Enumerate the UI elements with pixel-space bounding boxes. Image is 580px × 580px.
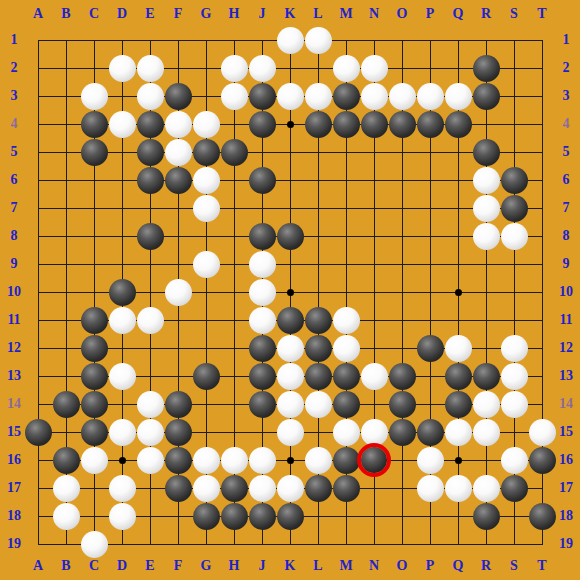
stone-white-L14[interactable] [305,391,332,418]
stone-black-M4[interactable] [333,111,360,138]
stone-black-J8[interactable] [249,223,276,250]
stone-white-K14[interactable] [277,391,304,418]
bottom-coordinate-H: H [220,558,248,574]
right-coordinate-19: 19 [552,536,580,552]
stone-black-E4[interactable] [137,111,164,138]
stone-black-M17[interactable] [333,475,360,502]
stone-black-J3[interactable] [249,83,276,110]
right-coordinate-1: 1 [552,32,580,48]
stone-black-F16[interactable] [165,447,192,474]
stone-black-L13[interactable] [305,363,332,390]
stone-white-D2[interactable] [109,55,136,82]
star-point-K4 [287,121,294,128]
stone-black-J12[interactable] [249,335,276,362]
stone-black-E8[interactable] [137,223,164,250]
stone-white-S14[interactable] [501,391,528,418]
right-coordinate-17: 17 [552,480,580,496]
stone-white-E14[interactable] [137,391,164,418]
stone-black-A15[interactable] [25,419,52,446]
stone-black-Q4[interactable] [445,111,472,138]
stone-black-J13[interactable] [249,363,276,390]
stone-white-D13[interactable] [109,363,136,390]
stone-black-K8[interactable] [277,223,304,250]
top-coordinate-P: P [416,6,444,22]
stone-black-D10[interactable] [109,279,136,306]
stone-black-G18[interactable] [193,503,220,530]
left-coordinate-10: 10 [0,284,28,300]
stone-white-R15[interactable] [473,419,500,446]
bottom-coordinate-G: G [192,558,220,574]
stone-white-J11[interactable] [249,307,276,334]
left-coordinate-7: 7 [0,200,28,216]
right-coordinate-18: 18 [552,508,580,524]
left-coordinate-2: 2 [0,60,28,76]
top-coordinate-G: G [192,6,220,22]
stone-white-M2[interactable] [333,55,360,82]
stone-black-K11[interactable] [277,307,304,334]
stone-white-S8[interactable] [501,223,528,250]
stone-white-D15[interactable] [109,419,136,446]
top-coordinate-A: A [24,6,52,22]
bottom-coordinate-B: B [52,558,80,574]
top-coordinate-B: B [52,6,80,22]
left-coordinate-8: 8 [0,228,28,244]
stone-white-Q17[interactable] [445,475,472,502]
stone-black-J4[interactable] [249,111,276,138]
stone-white-D17[interactable] [109,475,136,502]
right-coordinate-13: 13 [552,368,580,384]
stone-black-L4[interactable] [305,111,332,138]
stone-white-E11[interactable] [137,307,164,334]
stone-white-E15[interactable] [137,419,164,446]
stone-black-S17[interactable] [501,475,528,502]
left-coordinate-13: 13 [0,368,28,384]
left-coordinate-14: 14 [0,396,28,412]
stone-black-K18[interactable] [277,503,304,530]
stone-white-L1[interactable] [305,27,332,54]
right-coordinate-4: 4 [552,116,580,132]
star-point-Q16 [455,457,462,464]
star-point-D16 [119,457,126,464]
stone-black-P15[interactable] [417,419,444,446]
stone-white-G7[interactable] [193,195,220,222]
stone-black-P4[interactable] [417,111,444,138]
stone-white-K1[interactable] [277,27,304,54]
stone-black-L11[interactable] [305,307,332,334]
left-coordinate-9: 9 [0,256,28,272]
right-coordinate-12: 12 [552,340,580,356]
stone-white-G4[interactable] [193,111,220,138]
left-coordinate-15: 15 [0,424,28,440]
bottom-coordinate-Q: Q [444,558,472,574]
stone-white-C3[interactable] [81,83,108,110]
top-coordinate-L: L [304,6,332,22]
stone-white-N13[interactable] [361,363,388,390]
stone-black-F17[interactable] [165,475,192,502]
stone-white-C16[interactable] [81,447,108,474]
bottom-coordinate-O: O [388,558,416,574]
stone-white-G16[interactable] [193,447,220,474]
stone-white-J9[interactable] [249,251,276,278]
stone-black-H17[interactable] [221,475,248,502]
stone-white-D11[interactable] [109,307,136,334]
right-coordinate-14: 14 [552,396,580,412]
stone-white-K12[interactable] [277,335,304,362]
stone-black-M16[interactable] [333,447,360,474]
stone-black-F14[interactable] [165,391,192,418]
top-coordinate-S: S [500,6,528,22]
stone-black-C11[interactable] [81,307,108,334]
top-coordinate-Q: Q [444,6,472,22]
bottom-coordinate-K: K [276,558,304,574]
stone-white-L3[interactable] [305,83,332,110]
stone-black-J18[interactable] [249,503,276,530]
stone-white-R14[interactable] [473,391,500,418]
stone-white-R6[interactable] [473,167,500,194]
bottom-coordinate-P: P [416,558,444,574]
stone-black-H5[interactable] [221,139,248,166]
stone-black-R2[interactable] [473,55,500,82]
stone-black-T16[interactable] [529,447,556,474]
stone-black-O14[interactable] [389,391,416,418]
stone-white-M11[interactable] [333,307,360,334]
stone-white-L16[interactable] [305,447,332,474]
stone-white-R7[interactable] [473,195,500,222]
stone-black-E6[interactable] [137,167,164,194]
top-coordinate-M: M [332,6,360,22]
stone-black-G13[interactable] [193,363,220,390]
stone-white-J17[interactable] [249,475,276,502]
stone-black-P12[interactable] [417,335,444,362]
stone-white-P17[interactable] [417,475,444,502]
top-coordinate-O: O [388,6,416,22]
stone-black-S6[interactable] [501,167,528,194]
stone-black-C15[interactable] [81,419,108,446]
top-coordinate-J: J [248,6,276,22]
left-coordinate-3: 3 [0,88,28,104]
stone-white-D4[interactable] [109,111,136,138]
go-board[interactable]: AABBCCDDEEFFGGHHJJKKLLMMNNOOPPQQRRSSTT11… [0,0,580,580]
right-coordinate-9: 9 [552,256,580,272]
star-point-K10 [287,289,294,296]
stone-black-R13[interactable] [473,363,500,390]
right-coordinate-7: 7 [552,200,580,216]
stone-black-E5[interactable] [137,139,164,166]
stone-white-K15[interactable] [277,419,304,446]
grid-line-horizontal [38,544,543,545]
stone-white-K17[interactable] [277,475,304,502]
stone-black-R5[interactable] [473,139,500,166]
bottom-coordinate-J: J [248,558,276,574]
stone-white-S13[interactable] [501,363,528,390]
stone-white-T15[interactable] [529,419,556,446]
stone-black-O4[interactable] [389,111,416,138]
bottom-coordinate-T: T [528,558,556,574]
stone-white-F10[interactable] [165,279,192,306]
right-coordinate-15: 15 [552,424,580,440]
bottom-coordinate-D: D [108,558,136,574]
stone-black-L17[interactable] [305,475,332,502]
stone-white-F4[interactable] [165,111,192,138]
star-point-Q10 [455,289,462,296]
stone-white-J2[interactable] [249,55,276,82]
stone-black-O13[interactable] [389,363,416,390]
stone-black-B14[interactable] [53,391,80,418]
stone-black-L12[interactable] [305,335,332,362]
stone-white-P16[interactable] [417,447,444,474]
left-coordinate-6: 6 [0,172,28,188]
left-coordinate-1: 1 [0,32,28,48]
stone-white-S16[interactable] [501,447,528,474]
stone-white-N2[interactable] [361,55,388,82]
stone-white-E16[interactable] [137,447,164,474]
stone-black-M3[interactable] [333,83,360,110]
stone-black-C13[interactable] [81,363,108,390]
stone-white-H16[interactable] [221,447,248,474]
right-coordinate-10: 10 [552,284,580,300]
stone-white-J10[interactable] [249,279,276,306]
stone-black-F15[interactable] [165,419,192,446]
stone-black-S7[interactable] [501,195,528,222]
stone-white-Q12[interactable] [445,335,472,362]
stone-white-Q15[interactable] [445,419,472,446]
top-coordinate-N: N [360,6,388,22]
right-coordinate-5: 5 [552,144,580,160]
stone-black-F6[interactable] [165,167,192,194]
stone-white-K13[interactable] [277,363,304,390]
stone-black-C4[interactable] [81,111,108,138]
stone-white-M15[interactable] [333,419,360,446]
stone-white-M12[interactable] [333,335,360,362]
stone-white-S12[interactable] [501,335,528,362]
stone-white-O3[interactable] [389,83,416,110]
stone-white-B18[interactable] [53,503,80,530]
right-coordinate-6: 6 [552,172,580,188]
stone-white-R8[interactable] [473,223,500,250]
stone-white-G9[interactable] [193,251,220,278]
top-coordinate-F: F [164,6,192,22]
stone-white-C19[interactable] [81,531,108,558]
stone-black-G5[interactable] [193,139,220,166]
stone-white-F5[interactable] [165,139,192,166]
bottom-coordinate-L: L [304,558,332,574]
stone-black-N4[interactable] [361,111,388,138]
stone-black-F3[interactable] [165,83,192,110]
bottom-coordinate-M: M [332,558,360,574]
right-coordinate-3: 3 [552,88,580,104]
top-coordinate-D: D [108,6,136,22]
stone-white-H3[interactable] [221,83,248,110]
bottom-coordinate-S: S [500,558,528,574]
left-coordinate-5: 5 [0,144,28,160]
stone-black-M14[interactable] [333,391,360,418]
stone-black-B16[interactable] [53,447,80,474]
stone-black-N16-last-move[interactable] [357,443,391,477]
top-coordinate-K: K [276,6,304,22]
stone-black-J6[interactable] [249,167,276,194]
top-coordinate-C: C [80,6,108,22]
stone-white-D18[interactable] [109,503,136,530]
right-coordinate-16: 16 [552,452,580,468]
stone-black-R18[interactable] [473,503,500,530]
stone-white-E3[interactable] [137,83,164,110]
stone-black-J14[interactable] [249,391,276,418]
stone-white-N3[interactable] [361,83,388,110]
bottom-coordinate-F: F [164,558,192,574]
grid-line-vertical [486,40,487,545]
stone-white-B17[interactable] [53,475,80,502]
stone-white-H2[interactable] [221,55,248,82]
left-coordinate-4: 4 [0,116,28,132]
bottom-coordinate-R: R [472,558,500,574]
right-coordinate-8: 8 [552,228,580,244]
stone-black-C12[interactable] [81,335,108,362]
top-coordinate-T: T [528,6,556,22]
stone-black-M13[interactable] [333,363,360,390]
stone-white-Q3[interactable] [445,83,472,110]
stone-white-P3[interactable] [417,83,444,110]
left-coordinate-18: 18 [0,508,28,524]
bottom-coordinate-E: E [136,558,164,574]
right-coordinate-11: 11 [552,312,580,328]
stone-white-G6[interactable] [193,167,220,194]
left-coordinate-17: 17 [0,480,28,496]
stone-white-R17[interactable] [473,475,500,502]
top-coordinate-E: E [136,6,164,22]
bottom-coordinate-A: A [24,558,52,574]
stone-black-T18[interactable] [529,503,556,530]
stone-white-J16[interactable] [249,447,276,474]
left-coordinate-16: 16 [0,452,28,468]
stone-black-O15[interactable] [389,419,416,446]
bottom-coordinate-N: N [360,558,388,574]
stone-black-C5[interactable] [81,139,108,166]
stone-black-Q13[interactable] [445,363,472,390]
stone-black-R3[interactable] [473,83,500,110]
stone-white-N15[interactable] [361,419,388,446]
bottom-coordinate-C: C [80,558,108,574]
stone-black-Q14[interactable] [445,391,472,418]
stone-white-K3[interactable] [277,83,304,110]
top-coordinate-H: H [220,6,248,22]
left-coordinate-11: 11 [0,312,28,328]
left-coordinate-19: 19 [0,536,28,552]
right-coordinate-2: 2 [552,60,580,76]
stone-black-C14[interactable] [81,391,108,418]
top-coordinate-R: R [472,6,500,22]
star-point-K16 [287,457,294,464]
stone-white-E2[interactable] [137,55,164,82]
stone-white-G17[interactable] [193,475,220,502]
left-coordinate-12: 12 [0,340,28,356]
stone-black-H18[interactable] [221,503,248,530]
